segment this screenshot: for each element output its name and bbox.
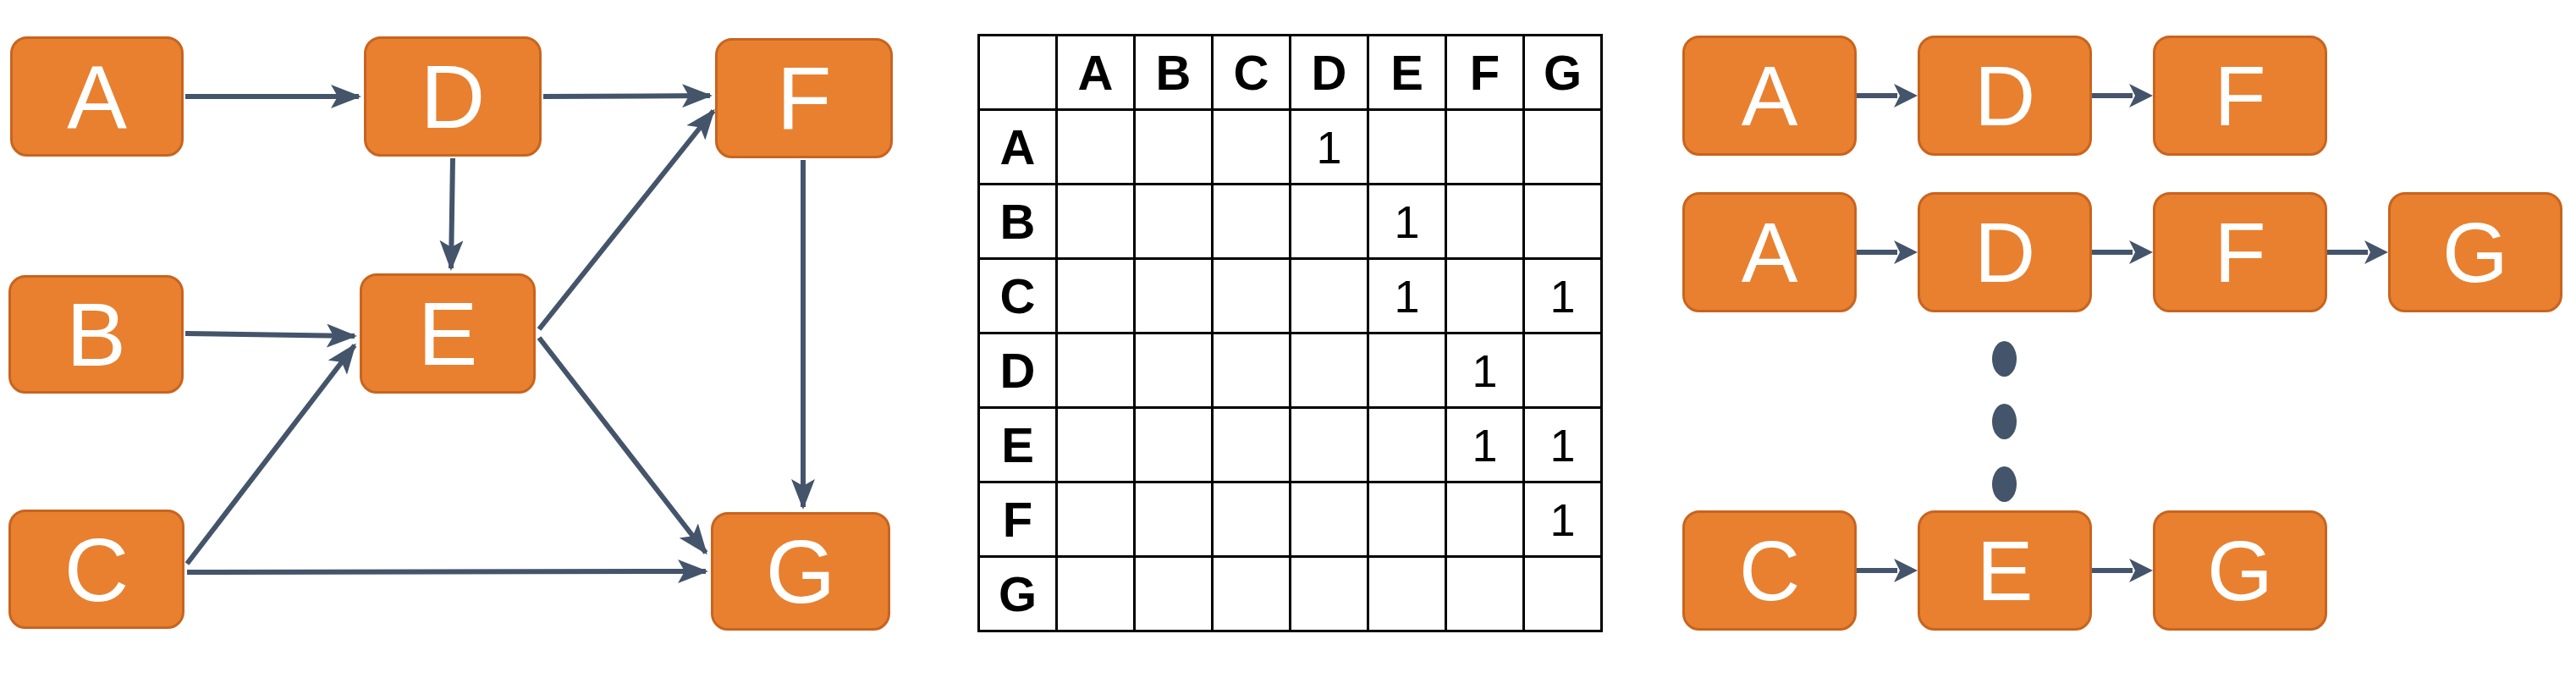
matrix-cell-A-B — [1135, 110, 1213, 185]
graph-node-A: A — [10, 36, 184, 157]
matrix-cell-A-G — [1524, 110, 1602, 185]
matrix-cell-G-C — [1213, 557, 1291, 631]
path-node-A: A — [1682, 192, 1857, 312]
matrix-cell-F-G: 1 — [1524, 482, 1602, 557]
edge-arrow-D-E — [451, 158, 453, 268]
matrix-cell-D-A — [1057, 333, 1135, 408]
graph-node-E: E — [360, 273, 536, 394]
matrix-row-C: C11 — [979, 259, 1602, 333]
matrix-cell-C-C — [1213, 259, 1291, 333]
ellipsis-dot — [1992, 341, 2017, 377]
ellipsis-dot — [1992, 404, 2017, 439]
path-node-C: C — [1682, 510, 1857, 631]
matrix-row-header-A: A — [979, 110, 1057, 185]
matrix-cell-B-B — [1135, 185, 1213, 259]
path-node-G: G — [2153, 510, 2327, 631]
matrix-cell-D-C — [1213, 333, 1291, 408]
matrix-cell-B-G — [1524, 185, 1602, 259]
matrix-cell-A-E — [1368, 110, 1446, 185]
path-node-E: E — [1918, 510, 2092, 631]
graph-node-C: C — [8, 510, 184, 629]
matrix-cell-D-E — [1368, 333, 1446, 408]
matrix-col-header-A: A — [1057, 36, 1135, 110]
matrix-cell-G-B — [1135, 557, 1213, 631]
matrix-cell-C-G: 1 — [1524, 259, 1602, 333]
matrix-row-E: E11 — [979, 408, 1602, 482]
matrix-cell-F-B — [1135, 482, 1213, 557]
matrix-cell-D-B — [1135, 333, 1213, 408]
matrix-corner-cell — [979, 36, 1057, 110]
matrix-cell-C-E: 1 — [1368, 259, 1446, 333]
path-arrow-icon — [1857, 240, 1918, 265]
graph-node-F: F — [715, 38, 893, 158]
adjacency-matrix: ABCDEFGA1B1C11D1E11F1G — [977, 34, 1603, 632]
matrix-cell-G-A — [1057, 557, 1135, 631]
matrix-cell-F-C — [1213, 482, 1291, 557]
matrix-row-header-E: E — [979, 408, 1057, 482]
matrix-row-header-G: G — [979, 557, 1057, 631]
path-arrow-icon — [2092, 83, 2153, 108]
path-row-ADFG: ADFG — [1682, 192, 2562, 312]
path-node-D: D — [1918, 36, 2092, 156]
edge-arrow-B-E — [185, 333, 355, 336]
matrix-cell-C-A — [1057, 259, 1135, 333]
matrix-cell-E-A — [1057, 408, 1135, 482]
matrix-cell-D-G — [1524, 333, 1602, 408]
path-node-A: A — [1682, 36, 1857, 156]
matrix-col-header-E: E — [1368, 36, 1446, 110]
matrix-header-row: ABCDEFG — [979, 36, 1602, 110]
path-row-ADF: ADF — [1682, 36, 2327, 156]
path-arrow-icon — [2092, 558, 2153, 583]
matrix-row-G: G — [979, 557, 1602, 631]
matrix-cell-D-F: 1 — [1446, 333, 1524, 408]
path-row-CEG: CEG — [1682, 510, 2327, 631]
matrix-cell-A-F — [1446, 110, 1524, 185]
matrix-cell-G-F — [1446, 557, 1524, 631]
matrix-cell-F-A — [1057, 482, 1135, 557]
matrix-row-header-D: D — [979, 333, 1057, 408]
matrix-cell-C-B — [1135, 259, 1213, 333]
matrix-cell-F-E — [1368, 482, 1446, 557]
matrix-row-header-B: B — [979, 185, 1057, 259]
edge-arrow-E-F — [539, 111, 713, 329]
matrix-cell-G-E — [1368, 557, 1446, 631]
edge-arrow-C-E — [187, 345, 355, 564]
path-arrow-icon — [1857, 83, 1918, 108]
matrix-col-header-D: D — [1291, 36, 1368, 110]
matrix-row-A: A1 — [979, 110, 1602, 185]
matrix-cell-A-D: 1 — [1291, 110, 1368, 185]
ellipsis-dot — [1992, 466, 2017, 502]
edge-arrow-E-G — [539, 338, 706, 553]
matrix-col-header-C: C — [1213, 36, 1291, 110]
matrix-row-header-C: C — [979, 259, 1057, 333]
matrix-cell-G-G — [1524, 557, 1602, 631]
graph-node-G: G — [711, 512, 890, 631]
path-node-G: G — [2388, 192, 2562, 312]
matrix-cell-E-C — [1213, 408, 1291, 482]
path-arrow-icon — [2092, 240, 2153, 265]
path-arrow-icon — [1857, 558, 1918, 583]
matrix-cell-B-F — [1446, 185, 1524, 259]
matrix-cell-C-F — [1446, 259, 1524, 333]
matrix-cell-F-D — [1291, 482, 1368, 557]
matrix-cell-A-C — [1213, 110, 1291, 185]
matrix-cell-E-D — [1291, 408, 1368, 482]
matrix-cell-B-D — [1291, 185, 1368, 259]
matrix-cell-B-C — [1213, 185, 1291, 259]
path-node-D: D — [1918, 192, 2092, 312]
matrix-cell-C-D — [1291, 259, 1368, 333]
graph-node-D: D — [364, 36, 542, 157]
matrix-cell-A-A — [1057, 110, 1135, 185]
path-arrow-icon — [2327, 240, 2388, 265]
path-node-F: F — [2153, 36, 2327, 156]
matrix-col-header-B: B — [1135, 36, 1213, 110]
matrix-row-F: F1 — [979, 482, 1602, 557]
matrix-cell-D-D — [1291, 333, 1368, 408]
matrix-cell-E-E — [1368, 408, 1446, 482]
matrix-row-header-F: F — [979, 482, 1057, 557]
matrix-cell-F-F — [1446, 482, 1524, 557]
matrix-col-header-F: F — [1446, 36, 1524, 110]
matrix-col-header-G: G — [1524, 36, 1602, 110]
matrix-row-D: D1 — [979, 333, 1602, 408]
edge-arrow-D-F — [543, 96, 710, 96]
diagram-canvas: ABCDEFG ABCDEFGA1B1C11D1E11F1G ADFADFGCE… — [0, 0, 2576, 700]
matrix-cell-B-A — [1057, 185, 1135, 259]
matrix-cell-E-G: 1 — [1524, 408, 1602, 482]
matrix-cell-B-E: 1 — [1368, 185, 1446, 259]
matrix-cell-G-D — [1291, 557, 1368, 631]
matrix-cell-E-F: 1 — [1446, 408, 1524, 482]
matrix-row-B: B1 — [979, 185, 1602, 259]
matrix-cell-E-B — [1135, 408, 1213, 482]
graph-node-B: B — [8, 275, 184, 394]
edge-arrow-C-G — [187, 571, 706, 572]
path-node-F: F — [2153, 192, 2327, 312]
